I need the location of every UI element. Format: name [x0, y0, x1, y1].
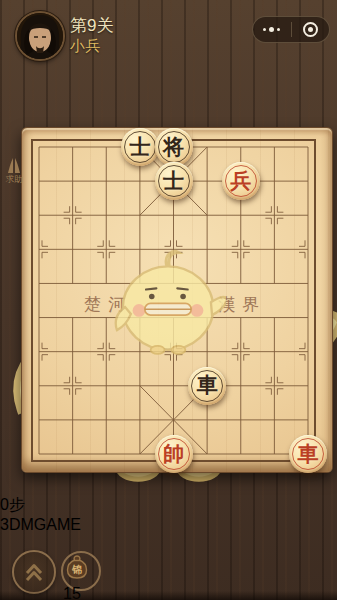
piece-character: 車 [197, 375, 218, 396]
piece-character: 帥 [163, 444, 184, 465]
piece-character: 士 [163, 171, 184, 192]
piece-red-chariot[interactable]: 車 [289, 435, 327, 473]
piece-black-chariot[interactable]: 車 [188, 367, 226, 405]
praying-hands-icon: 求助 [0, 154, 28, 184]
avatar [15, 11, 65, 61]
piece-character: 車 [298, 444, 319, 465]
chevron-up-icon [21, 559, 47, 585]
game-screen: 第9关 小兵 楚河漢界 士将士兵車帥車 锦 15 [0, 0, 337, 600]
menu-button[interactable] [12, 550, 56, 594]
watermark: 3DMGAME [0, 516, 337, 534]
piece-character: 兵 [230, 171, 251, 192]
money-bag-icon: 锦 [63, 553, 91, 581]
more-button[interactable] [253, 17, 291, 42]
miniprogram-capsule [252, 16, 330, 43]
watermark-3dm: 3DM [0, 516, 34, 533]
level-label: 第9关 [70, 14, 113, 37]
piece-black-advisor-1[interactable]: 士 [121, 128, 159, 166]
piece-black-advisor-2[interactable]: 士 [155, 162, 193, 200]
more-icon [263, 27, 280, 32]
help-button[interactable]: 求助 [0, 154, 28, 188]
piece-black-general[interactable]: 将 [155, 128, 193, 166]
bag-character: 锦 [71, 564, 82, 575]
bag-badge: 15 [63, 585, 81, 600]
piece-red-pawn[interactable]: 兵 [222, 162, 260, 200]
piece-character: 士 [129, 137, 150, 158]
close-button[interactable] [292, 17, 330, 42]
target-icon [303, 22, 318, 37]
player-label: 小兵 [70, 37, 100, 56]
chick-mascot-board [110, 240, 226, 360]
xiangqi-board[interactable]: 楚河漢界 士将士兵車帥車 [21, 127, 333, 473]
move-counter: 0步 [0, 495, 337, 516]
help-label: 求助 [6, 174, 23, 184]
piece-character: 将 [163, 137, 184, 158]
watermark-game: GAME [34, 516, 81, 533]
tips-bag-button[interactable]: 锦 15 [61, 551, 101, 591]
piece-red-general[interactable]: 帥 [155, 435, 193, 473]
avatar-portrait [17, 13, 63, 59]
